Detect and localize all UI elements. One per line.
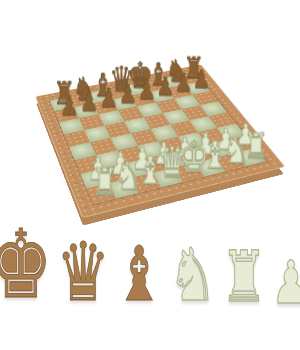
- product-photo: ♜♞♝♛♚♝♞♜♟♟♟♟♟♟♟♟♟♟♟♟♟♟♟♟♜♞♝♛♚♝♞♜ ♚♛♝♞♜♟: [0, 0, 300, 350]
- display-piece-green-onyx-rook: ♜: [221, 242, 268, 312]
- piece-black-brown-knight: ♞: [72, 73, 95, 105]
- display-piece-green-onyx-pawn: ♟: [271, 253, 300, 312]
- board-grid: ♜♞♝♛♚♝♞♜♟♟♟♟♟♟♟♟♟♟♟♟♟♟♟♟♜♞♝♛♚♝♞♜: [50, 72, 266, 204]
- display-piece-brown-marble-king: ♚: [0, 218, 52, 313]
- display-piece-green-onyx-knight: ♞: [168, 239, 216, 312]
- piece-display-row: ♚♛♝♞♜♟: [0, 204, 300, 312]
- square-g1: ♞: [216, 153, 246, 172]
- display-piece-brown-marble-queen: ♛: [56, 231, 110, 312]
- display-piece-brown-marble-bishop: ♝: [114, 236, 164, 312]
- piece-black-brown-bishop: ♝: [147, 59, 169, 90]
- piece-black-brown-rook: ♜: [183, 53, 204, 82]
- chess-board: ♜♞♝♛♚♝♞♜♟♟♟♟♟♟♟♟♟♟♟♟♟♟♟♟♜♞♝♛♚♝♞♜: [35, 64, 285, 218]
- square-h1: ♜: [236, 148, 266, 166]
- square-h4: [209, 112, 237, 128]
